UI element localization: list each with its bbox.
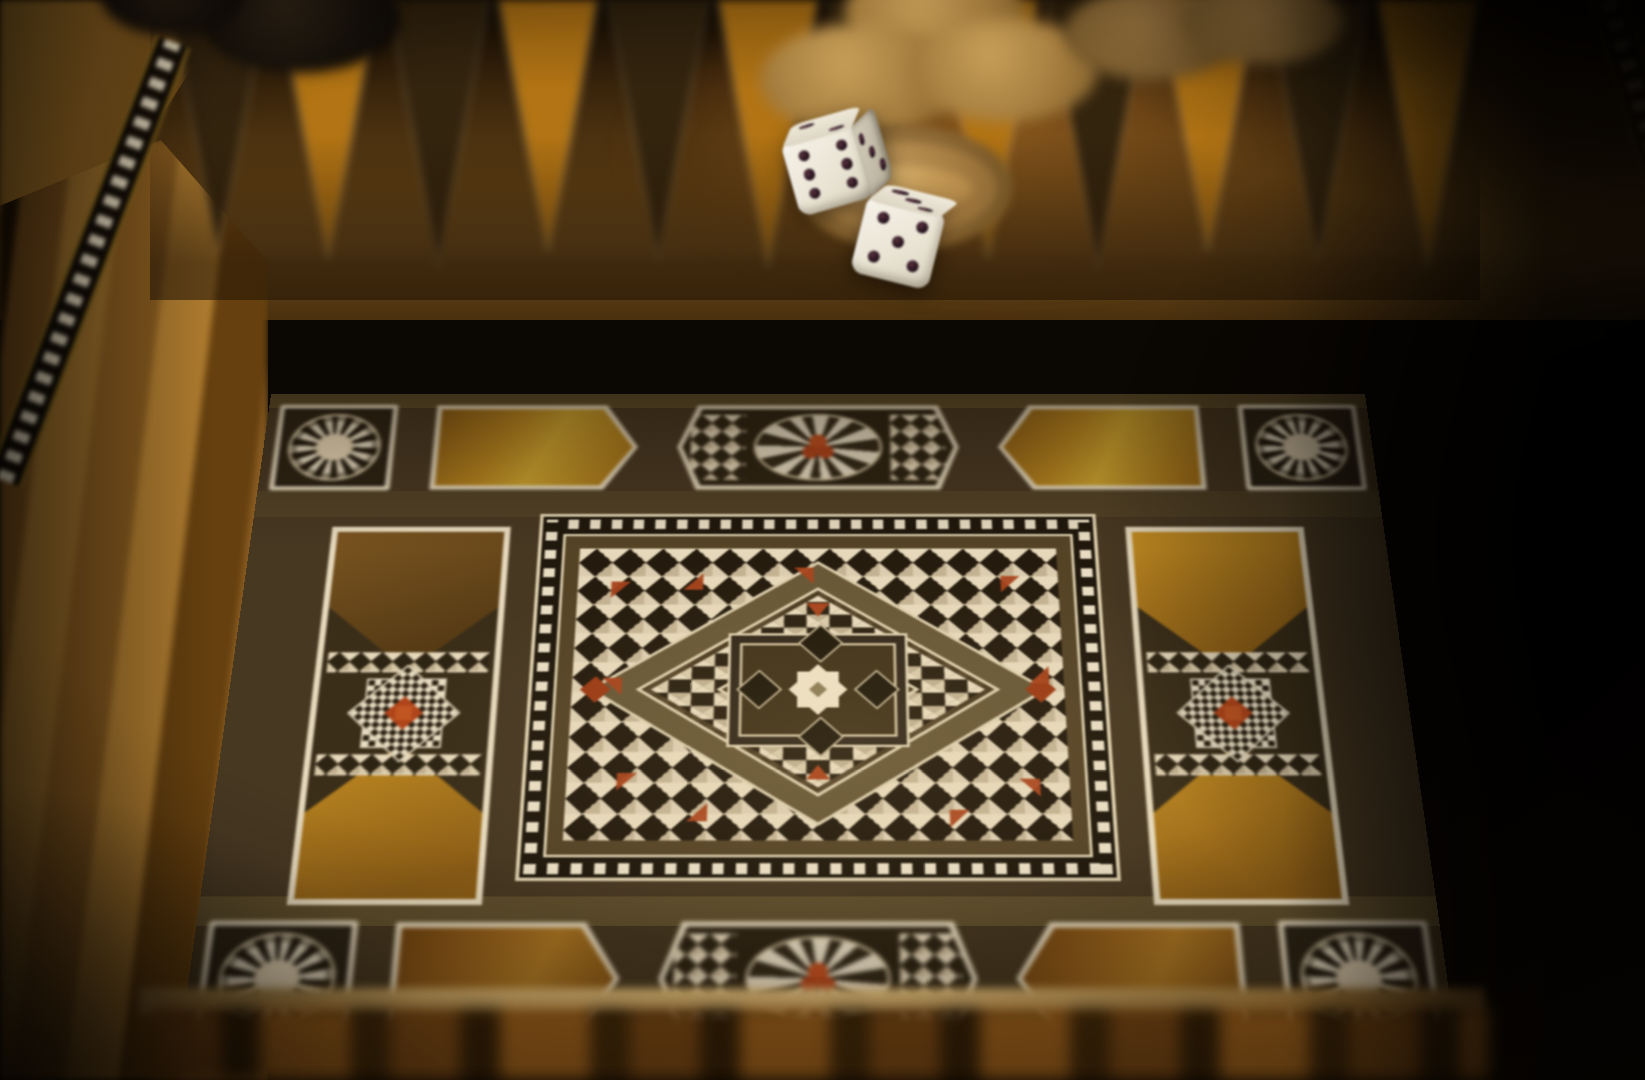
eight-point-star-mosaic bbox=[310, 658, 495, 768]
chevron-mosaic bbox=[890, 415, 946, 480]
die-pip bbox=[840, 156, 854, 170]
die-pip bbox=[904, 198, 923, 205]
die-pip bbox=[807, 186, 821, 200]
red-accent bbox=[1000, 576, 1020, 592]
rosette-medallion-top-right bbox=[1237, 405, 1367, 491]
red-accent bbox=[683, 573, 703, 589]
die-pip bbox=[876, 210, 891, 225]
inlaid-centre-field bbox=[176, 394, 1459, 1065]
die-pip bbox=[916, 207, 935, 214]
die-pip bbox=[834, 138, 848, 152]
rosette-disc bbox=[284, 414, 384, 481]
lower-points-blur bbox=[150, 1008, 1490, 1080]
die-pip bbox=[915, 220, 930, 235]
die-pip bbox=[845, 175, 859, 189]
die-2 bbox=[850, 194, 947, 291]
star-panel-right bbox=[1125, 527, 1349, 905]
die-top-face-2 bbox=[782, 105, 861, 149]
star-panel-left bbox=[287, 527, 511, 905]
red-flower-inlay bbox=[799, 434, 837, 460]
chevron-mosaic bbox=[690, 415, 746, 480]
die-pip bbox=[891, 235, 906, 250]
die-pip bbox=[891, 189, 910, 196]
dashed-border bbox=[546, 520, 1089, 529]
backgammon-photo-scene bbox=[0, 0, 1645, 1080]
die-face-5 bbox=[850, 194, 947, 291]
gold-panel-top-left bbox=[429, 405, 640, 489]
eight-point-star-mosaic bbox=[1142, 658, 1327, 768]
die-pip bbox=[827, 124, 844, 132]
wood-trapezoid bbox=[321, 532, 504, 671]
pearl-star-flower bbox=[729, 636, 907, 745]
centre-motif-top bbox=[676, 405, 961, 489]
centre-mosaic-panel bbox=[515, 514, 1121, 881]
die-pip bbox=[797, 148, 811, 162]
top-ornament-band bbox=[257, 404, 1378, 491]
die-pip bbox=[878, 157, 886, 173]
red-accent bbox=[611, 581, 631, 597]
red-accent bbox=[686, 803, 707, 821]
die-face-6 bbox=[780, 121, 876, 217]
rosette-medallion-top-left bbox=[269, 405, 399, 491]
die-pip bbox=[857, 132, 865, 148]
rosette-disc bbox=[1252, 414, 1352, 481]
dashed-border bbox=[523, 863, 1113, 874]
wood-trapezoid bbox=[1132, 532, 1315, 671]
die-pip bbox=[798, 122, 815, 130]
centre-medallion bbox=[726, 633, 910, 747]
dice-layer bbox=[0, 0, 1645, 400]
die-pip bbox=[866, 249, 881, 264]
die-1 bbox=[780, 121, 876, 217]
oval-medallion bbox=[753, 414, 882, 480]
gold-panel-top-right bbox=[996, 405, 1207, 489]
die-pip bbox=[868, 144, 876, 160]
red-accent bbox=[616, 773, 637, 791]
triangle-mosaic-field bbox=[563, 549, 1073, 841]
red-accent bbox=[1019, 779, 1040, 797]
die-pip bbox=[802, 167, 816, 181]
die-pip bbox=[905, 259, 920, 274]
red-accent bbox=[950, 809, 971, 827]
